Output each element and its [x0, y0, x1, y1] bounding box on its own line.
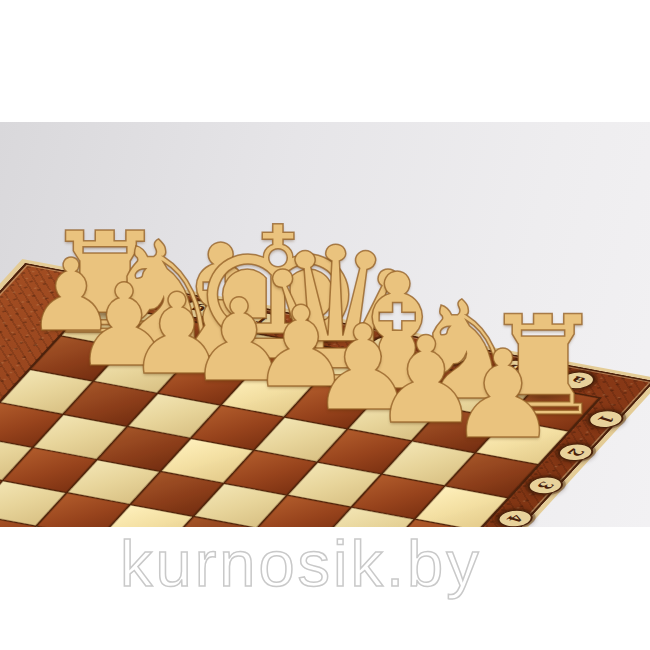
file-label-a: a [553, 369, 602, 393]
product-photo: hgfedcba12345678 ♜♞♝♚♛♝♞♜♟♟♟♟♟♟♟♟ kurnos… [0, 0, 650, 650]
watermark-text: kurnosik.by [120, 526, 482, 601]
file-label-c: c [426, 345, 475, 369]
file-label-h: h [109, 285, 158, 309]
file-label-d: d [363, 333, 412, 357]
file-label-e: e [300, 321, 349, 345]
file-label-f: f [236, 309, 285, 333]
photo-top-whitespace [0, 0, 650, 122]
file-label-g: g [173, 297, 222, 321]
file-label-b: b [490, 357, 539, 381]
